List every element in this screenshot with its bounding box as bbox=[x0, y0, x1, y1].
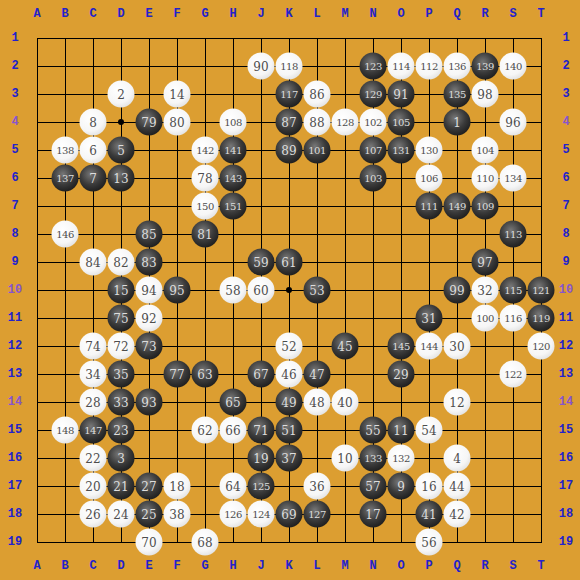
board-cell[interactable] bbox=[486, 487, 514, 515]
go-stone-white: 98 bbox=[472, 81, 499, 108]
go-stone-white: 82 bbox=[108, 249, 135, 276]
go-stone-black: 51 bbox=[276, 417, 303, 444]
column-label: A bbox=[33, 7, 40, 21]
go-stone-black: 11 bbox=[388, 417, 415, 444]
board-cell[interactable] bbox=[38, 319, 66, 347]
row-label: 9 bbox=[11, 255, 18, 269]
column-label: F bbox=[173, 559, 180, 573]
board-cell[interactable] bbox=[38, 39, 66, 67]
go-stone-white: 38 bbox=[164, 501, 191, 528]
go-stone-white: 104 bbox=[472, 137, 499, 164]
go-stone-black: 97 bbox=[472, 249, 499, 276]
go-stone-white: 122 bbox=[500, 361, 527, 388]
row-label: 1 bbox=[11, 31, 18, 45]
row-label: 5 bbox=[562, 143, 569, 157]
row-label: 15 bbox=[8, 423, 22, 437]
board-cell[interactable] bbox=[374, 263, 402, 291]
go-stone-white: 62 bbox=[192, 417, 219, 444]
go-stone-white: 136 bbox=[444, 53, 471, 80]
row-label: 2 bbox=[11, 59, 18, 73]
board-cell[interactable] bbox=[290, 179, 318, 207]
column-label: J bbox=[257, 559, 264, 573]
board-cell[interactable] bbox=[290, 207, 318, 235]
column-label: Q bbox=[453, 559, 460, 573]
go-stone-white: 48 bbox=[304, 389, 331, 416]
go-stone-white: 120 bbox=[528, 333, 555, 360]
go-board: ABCDEFGHJKLMNOPQRST ABCDEFGHJKLMNOPQRST … bbox=[0, 0, 580, 580]
go-stone-white: 20 bbox=[80, 473, 107, 500]
row-label: 18 bbox=[8, 507, 22, 521]
column-label: J bbox=[257, 7, 264, 21]
row-label: 3 bbox=[562, 87, 569, 101]
board-cell[interactable] bbox=[38, 375, 66, 403]
go-stone-black: 79 bbox=[136, 109, 163, 136]
go-stone-black: 115 bbox=[500, 277, 527, 304]
go-stone-black: 21 bbox=[108, 473, 135, 500]
column-label: D bbox=[117, 7, 124, 21]
go-stone-white: 16 bbox=[416, 473, 443, 500]
go-stone-black: 93 bbox=[136, 389, 163, 416]
go-stone-black: 67 bbox=[248, 361, 275, 388]
go-stone-white: 14 bbox=[164, 81, 191, 108]
column-label: T bbox=[537, 559, 544, 573]
go-stone-white: 80 bbox=[164, 109, 191, 136]
row-label: 18 bbox=[559, 507, 573, 521]
board-cell[interactable] bbox=[66, 291, 94, 319]
board-cell[interactable] bbox=[374, 207, 402, 235]
board-cell[interactable] bbox=[38, 347, 66, 375]
board-cell[interactable] bbox=[262, 179, 290, 207]
go-stone-black: 23 bbox=[108, 417, 135, 444]
go-stone-white: 58 bbox=[220, 277, 247, 304]
column-label: P bbox=[425, 559, 432, 573]
go-stone-white: 118 bbox=[276, 53, 303, 80]
board-cell[interactable] bbox=[486, 403, 514, 431]
board-cell[interactable] bbox=[66, 39, 94, 67]
go-stone-white: 36 bbox=[304, 473, 331, 500]
column-label: C bbox=[89, 7, 96, 21]
row-label: 13 bbox=[559, 367, 573, 381]
column-label: N bbox=[369, 7, 376, 21]
row-label: 5 bbox=[11, 143, 18, 157]
row-label: 4 bbox=[562, 115, 569, 129]
row-label: 19 bbox=[559, 535, 573, 549]
go-stone-black: 129 bbox=[360, 81, 387, 108]
go-stone-black: 109 bbox=[472, 193, 499, 220]
go-stone-black: 69 bbox=[276, 501, 303, 528]
go-stone-black: 99 bbox=[444, 277, 471, 304]
go-stone-black: 35 bbox=[108, 361, 135, 388]
go-stone-black: 145 bbox=[388, 333, 415, 360]
go-stone-black: 75 bbox=[108, 305, 135, 332]
go-stone-black: 107 bbox=[360, 137, 387, 164]
go-stone-black: 33 bbox=[108, 389, 135, 416]
board-cell[interactable] bbox=[150, 431, 178, 459]
go-stone-black: 133 bbox=[360, 445, 387, 472]
row-label: 10 bbox=[8, 283, 22, 297]
board-cell[interactable] bbox=[234, 319, 262, 347]
go-stone-black: 85 bbox=[136, 221, 163, 248]
board-cell[interactable] bbox=[150, 151, 178, 179]
go-stone-black: 137 bbox=[52, 165, 79, 192]
board-cell[interactable] bbox=[486, 515, 514, 543]
row-label: 17 bbox=[559, 479, 573, 493]
column-label: S bbox=[509, 7, 516, 21]
go-stone-black: 17 bbox=[360, 501, 387, 528]
go-stone-black: 147 bbox=[80, 417, 107, 444]
go-stone-black: 125 bbox=[248, 473, 275, 500]
go-stone-black: 117 bbox=[276, 81, 303, 108]
go-stone-white: 8 bbox=[80, 109, 107, 136]
go-stone-white: 60 bbox=[248, 277, 275, 304]
go-stone-black: 63 bbox=[192, 361, 219, 388]
row-label: 15 bbox=[559, 423, 573, 437]
board-cell[interactable] bbox=[486, 431, 514, 459]
go-stone-black: 19 bbox=[248, 445, 275, 472]
row-label: 11 bbox=[559, 311, 573, 325]
row-label: 2 bbox=[562, 59, 569, 73]
go-stone-white: 28 bbox=[80, 389, 107, 416]
column-label: E bbox=[145, 559, 152, 573]
go-stone-black: 13 bbox=[108, 165, 135, 192]
column-label: M bbox=[341, 7, 348, 21]
go-stone-white: 124 bbox=[248, 501, 275, 528]
go-stone-white: 96 bbox=[500, 109, 527, 136]
board-cell[interactable] bbox=[402, 263, 430, 291]
go-stone-white: 116 bbox=[500, 305, 527, 332]
go-stone-white: 10 bbox=[332, 445, 359, 472]
go-stone-white: 74 bbox=[80, 333, 107, 360]
go-stone-white: 92 bbox=[136, 305, 163, 332]
go-stone-black: 27 bbox=[136, 473, 163, 500]
board-cell[interactable] bbox=[38, 263, 66, 291]
go-stone-black: 135 bbox=[444, 81, 471, 108]
go-stone-white: 138 bbox=[52, 137, 79, 164]
board-cell[interactable] bbox=[178, 39, 206, 67]
row-label: 10 bbox=[559, 283, 573, 297]
column-label: H bbox=[229, 559, 236, 573]
go-stone-white: 146 bbox=[52, 221, 79, 248]
go-stone-black: 53 bbox=[304, 277, 331, 304]
go-stone-black: 89 bbox=[276, 137, 303, 164]
go-stone-white: 106 bbox=[416, 165, 443, 192]
column-label: M bbox=[341, 559, 348, 573]
row-label: 17 bbox=[8, 479, 22, 493]
column-label: D bbox=[117, 559, 124, 573]
row-label: 14 bbox=[559, 395, 573, 409]
go-stone-white: 42 bbox=[444, 501, 471, 528]
go-stone-white: 26 bbox=[80, 501, 107, 528]
row-label: 12 bbox=[8, 339, 22, 353]
board-cell[interactable] bbox=[206, 319, 234, 347]
board-cell[interactable] bbox=[346, 235, 374, 263]
go-stone-white: 32 bbox=[472, 277, 499, 304]
go-stone-white: 40 bbox=[332, 389, 359, 416]
go-stone-white: 34 bbox=[80, 361, 107, 388]
go-stone-white: 52 bbox=[276, 333, 303, 360]
go-stone-black: 7 bbox=[80, 165, 107, 192]
go-stone-black: 131 bbox=[388, 137, 415, 164]
go-stone-white: 6 bbox=[80, 137, 107, 164]
go-stone-white: 140 bbox=[500, 53, 527, 80]
board-cell[interactable] bbox=[38, 67, 66, 95]
go-stone-black: 71 bbox=[248, 417, 275, 444]
go-stone-black: 29 bbox=[388, 361, 415, 388]
go-stone-white: 88 bbox=[304, 109, 331, 136]
go-stone-black: 65 bbox=[220, 389, 247, 416]
go-stone-white: 148 bbox=[52, 417, 79, 444]
go-stone-white: 22 bbox=[80, 445, 107, 472]
row-label: 8 bbox=[562, 227, 569, 241]
go-stone-black: 101 bbox=[304, 137, 331, 164]
go-stone-black: 1 bbox=[444, 109, 471, 136]
column-label: B bbox=[61, 7, 68, 21]
row-label: 6 bbox=[11, 171, 18, 185]
column-label: E bbox=[145, 7, 152, 21]
go-stone-black: 15 bbox=[108, 277, 135, 304]
go-stone-black: 87 bbox=[276, 109, 303, 136]
go-stone-white: 56 bbox=[416, 529, 443, 556]
go-stone-white: 4 bbox=[444, 445, 471, 472]
go-stone-black: 141 bbox=[220, 137, 247, 164]
go-stone-black: 121 bbox=[528, 277, 555, 304]
board-cell[interactable] bbox=[38, 95, 66, 123]
row-label: 16 bbox=[8, 451, 22, 465]
row-label: 16 bbox=[559, 451, 573, 465]
column-label: G bbox=[201, 559, 208, 573]
go-stone-white: 90 bbox=[248, 53, 275, 80]
board-cell[interactable] bbox=[514, 459, 542, 487]
go-stone-black: 77 bbox=[164, 361, 191, 388]
board-cell[interactable] bbox=[178, 319, 206, 347]
column-label: S bbox=[509, 559, 516, 573]
board-cell[interactable] bbox=[514, 487, 542, 515]
go-stone-black: 37 bbox=[276, 445, 303, 472]
go-stone-black: 143 bbox=[220, 165, 247, 192]
board-cell[interactable] bbox=[514, 403, 542, 431]
row-label: 19 bbox=[8, 535, 22, 549]
go-stone-white: 12 bbox=[444, 389, 471, 416]
column-label: O bbox=[397, 7, 404, 21]
board-cell[interactable] bbox=[486, 459, 514, 487]
go-stone-black: 55 bbox=[360, 417, 387, 444]
go-stone-white: 112 bbox=[416, 53, 443, 80]
board-cell[interactable] bbox=[206, 67, 234, 95]
board-cell[interactable] bbox=[318, 207, 346, 235]
go-stone-white: 72 bbox=[108, 333, 135, 360]
row-label: 12 bbox=[559, 339, 573, 353]
row-label: 14 bbox=[8, 395, 22, 409]
row-label: 3 bbox=[11, 87, 18, 101]
go-stone-black: 149 bbox=[444, 193, 471, 220]
go-stone-white: 84 bbox=[80, 249, 107, 276]
go-stone-white: 108 bbox=[220, 109, 247, 136]
board-cell[interactable] bbox=[402, 235, 430, 263]
board-cell[interactable] bbox=[514, 431, 542, 459]
go-stone-white: 134 bbox=[500, 165, 527, 192]
go-stone-white: 30 bbox=[444, 333, 471, 360]
go-stone-white: 44 bbox=[444, 473, 471, 500]
go-stone-white: 2 bbox=[108, 81, 135, 108]
go-stone-black: 151 bbox=[220, 193, 247, 220]
go-stone-white: 54 bbox=[416, 417, 443, 444]
board-cell[interactable] bbox=[150, 179, 178, 207]
row-label: 8 bbox=[11, 227, 18, 241]
board-cell[interactable] bbox=[94, 207, 122, 235]
go-stone-black: 9 bbox=[388, 473, 415, 500]
go-stone-black: 59 bbox=[248, 249, 275, 276]
go-stone-black: 61 bbox=[276, 249, 303, 276]
column-label: P bbox=[425, 7, 432, 21]
board-cell[interactable] bbox=[346, 207, 374, 235]
board-cell[interactable] bbox=[38, 487, 66, 515]
go-stone-white: 18 bbox=[164, 473, 191, 500]
go-stone-black: 91 bbox=[388, 81, 415, 108]
go-stone-white: 114 bbox=[388, 53, 415, 80]
go-stone-white: 132 bbox=[388, 445, 415, 472]
column-label: B bbox=[61, 559, 68, 573]
go-stone-white: 100 bbox=[472, 305, 499, 332]
go-stone-black: 49 bbox=[276, 389, 303, 416]
go-stone-white: 68 bbox=[192, 529, 219, 556]
go-stone-black: 127 bbox=[304, 501, 331, 528]
go-stone-black: 111 bbox=[416, 193, 443, 220]
column-label: N bbox=[369, 559, 376, 573]
column-label: H bbox=[229, 7, 236, 21]
board-cell[interactable] bbox=[94, 39, 122, 67]
star-point bbox=[118, 119, 124, 125]
go-stone-black: 95 bbox=[164, 277, 191, 304]
column-label: Q bbox=[453, 7, 460, 21]
go-stone-white: 46 bbox=[276, 361, 303, 388]
go-stone-black: 113 bbox=[500, 221, 527, 248]
go-stone-black: 83 bbox=[136, 249, 163, 276]
go-stone-black: 105 bbox=[388, 109, 415, 136]
go-stone-black: 3 bbox=[108, 445, 135, 472]
go-stone-white: 128 bbox=[332, 109, 359, 136]
go-stone-black: 45 bbox=[332, 333, 359, 360]
row-label: 9 bbox=[562, 255, 569, 269]
go-stone-white: 102 bbox=[360, 109, 387, 136]
go-stone-white: 150 bbox=[192, 193, 219, 220]
row-label: 13 bbox=[8, 367, 22, 381]
go-stone-white: 126 bbox=[220, 501, 247, 528]
go-stone-black: 41 bbox=[416, 501, 443, 528]
board-cell[interactable] bbox=[346, 291, 374, 319]
board-cell[interactable] bbox=[346, 263, 374, 291]
go-stone-black: 47 bbox=[304, 361, 331, 388]
row-label: 7 bbox=[562, 199, 569, 213]
go-stone-black: 139 bbox=[472, 53, 499, 80]
row-label: 7 bbox=[11, 199, 18, 213]
star-point bbox=[286, 287, 292, 293]
row-label: 1 bbox=[562, 31, 569, 45]
column-label: L bbox=[313, 7, 320, 21]
column-label: C bbox=[89, 559, 96, 573]
board-cell[interactable] bbox=[38, 459, 66, 487]
column-label: K bbox=[285, 7, 292, 21]
go-stone-white: 94 bbox=[136, 277, 163, 304]
go-stone-white: 142 bbox=[192, 137, 219, 164]
board-cell[interactable] bbox=[318, 179, 346, 207]
row-label: 6 bbox=[562, 171, 569, 185]
column-label: K bbox=[285, 559, 292, 573]
column-label: A bbox=[33, 559, 40, 573]
board-cell[interactable] bbox=[66, 67, 94, 95]
row-label: 11 bbox=[8, 311, 22, 325]
go-stone-white: 130 bbox=[416, 137, 443, 164]
go-stone-white: 24 bbox=[108, 501, 135, 528]
go-stone-white: 86 bbox=[304, 81, 331, 108]
go-stone-white: 78 bbox=[192, 165, 219, 192]
go-stone-black: 73 bbox=[136, 333, 163, 360]
board-cell[interactable] bbox=[318, 235, 346, 263]
column-label: R bbox=[481, 7, 488, 21]
board-cell[interactable] bbox=[374, 291, 402, 319]
column-label: O bbox=[397, 559, 404, 573]
board-cell[interactable] bbox=[262, 207, 290, 235]
board-cell[interactable] bbox=[318, 39, 346, 67]
go-stone-black: 103 bbox=[360, 165, 387, 192]
column-label: G bbox=[201, 7, 208, 21]
board-cell[interactable] bbox=[514, 515, 542, 543]
go-stone-white: 144 bbox=[416, 333, 443, 360]
go-stone-white: 66 bbox=[220, 417, 247, 444]
board-cell[interactable] bbox=[206, 39, 234, 67]
board-cell[interactable] bbox=[374, 235, 402, 263]
go-stone-black: 25 bbox=[136, 501, 163, 528]
row-label: 4 bbox=[11, 115, 18, 129]
board-cell[interactable] bbox=[430, 235, 458, 263]
board-cell[interactable] bbox=[38, 515, 66, 543]
board-cell[interactable] bbox=[38, 291, 66, 319]
go-stone-black: 119 bbox=[528, 305, 555, 332]
go-stone-black: 5 bbox=[108, 137, 135, 164]
column-label: F bbox=[173, 7, 180, 21]
go-stone-black: 81 bbox=[192, 221, 219, 248]
go-stone-black: 57 bbox=[360, 473, 387, 500]
column-label: L bbox=[313, 559, 320, 573]
board-cell[interactable] bbox=[122, 39, 150, 67]
column-label: R bbox=[481, 559, 488, 573]
board-cell[interactable] bbox=[150, 39, 178, 67]
go-stone-white: 110 bbox=[472, 165, 499, 192]
go-stone-white: 70 bbox=[136, 529, 163, 556]
go-stone-black: 123 bbox=[360, 53, 387, 80]
column-label: T bbox=[537, 7, 544, 21]
go-stone-white: 64 bbox=[220, 473, 247, 500]
go-stone-black: 31 bbox=[416, 305, 443, 332]
